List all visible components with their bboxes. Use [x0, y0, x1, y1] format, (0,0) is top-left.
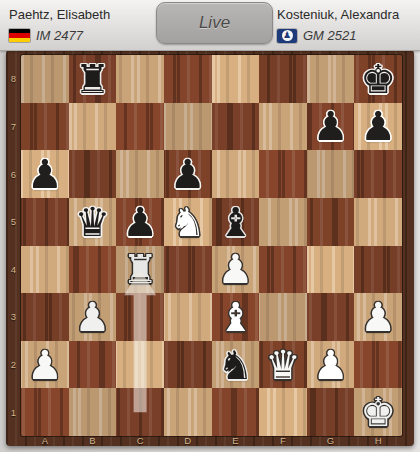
white-player-info: Paehtz, Elisabeth IM 2477	[9, 6, 110, 43]
piece-white-pawn[interactable]: ♟	[75, 297, 111, 337]
rank-label-7: 7	[11, 121, 16, 132]
square-a8[interactable]	[21, 55, 69, 103]
square-a3[interactable]	[21, 293, 69, 341]
square-b5[interactable]: ♛	[69, 198, 117, 246]
file-label-a: A	[42, 435, 48, 446]
square-g4[interactable]	[307, 246, 355, 294]
german-flag-icon	[9, 29, 30, 42]
piece-black-pawn[interactable]: ♟	[313, 106, 349, 146]
square-a1[interactable]	[21, 388, 69, 436]
square-d2[interactable]	[164, 341, 212, 389]
top-bar: Paehtz, Elisabeth IM 2477 Live Kosteniuk…	[0, 0, 420, 51]
square-c1[interactable]	[116, 388, 164, 436]
square-b7[interactable]	[69, 103, 117, 151]
square-g3[interactable]	[307, 293, 355, 341]
piece-white-pawn[interactable]: ♟	[217, 249, 253, 289]
square-f7[interactable]	[259, 103, 307, 151]
chess-board[interactable]: ♜♚♟♟♟♟♛♟♞♝♜♟♟♝♟♟♞♛♟♚	[21, 55, 402, 436]
square-g8[interactable]	[307, 55, 355, 103]
piece-black-bishop[interactable]: ♝	[217, 202, 253, 242]
square-g2[interactable]: ♟	[307, 341, 355, 389]
square-g7[interactable]: ♟	[307, 103, 355, 151]
live-chess-widget: Paehtz, Elisabeth IM 2477 Live Kosteniuk…	[0, 0, 420, 452]
piece-white-pawn[interactable]: ♟	[27, 345, 63, 385]
black-player-rating-row: ♟ GM 2521	[277, 28, 399, 43]
rank-label-2: 2	[11, 359, 16, 370]
file-label-e: E	[232, 435, 238, 446]
square-e8[interactable]	[212, 55, 260, 103]
square-f5[interactable]	[259, 198, 307, 246]
square-b4[interactable]	[69, 246, 117, 294]
rank-label-5: 5	[11, 216, 16, 227]
piece-white-pawn[interactable]: ♟	[360, 297, 396, 337]
file-label-b: B	[89, 435, 95, 446]
square-h5[interactable]	[354, 198, 402, 246]
square-b6[interactable]	[69, 150, 117, 198]
square-c5[interactable]: ♟	[116, 198, 164, 246]
square-h7[interactable]: ♟	[354, 103, 402, 151]
white-player-name: Paehtz, Elisabeth	[9, 6, 110, 24]
piece-black-knight[interactable]: ♞	[217, 345, 253, 385]
white-player-rating-row: IM 2477	[9, 28, 110, 43]
square-f2[interactable]: ♛	[259, 341, 307, 389]
federation-badge-icon: ♟	[277, 29, 297, 43]
square-d8[interactable]	[164, 55, 212, 103]
square-d5[interactable]: ♞	[164, 198, 212, 246]
piece-black-pawn[interactable]: ♟	[27, 154, 63, 194]
square-h1[interactable]: ♚	[354, 388, 402, 436]
piece-black-pawn[interactable]: ♟	[360, 106, 396, 146]
square-h2[interactable]	[354, 341, 402, 389]
square-b3[interactable]: ♟	[69, 293, 117, 341]
piece-black-pawn[interactable]: ♟	[170, 154, 206, 194]
square-a5[interactable]	[21, 198, 69, 246]
rank-label-3: 3	[11, 311, 16, 322]
square-f4[interactable]	[259, 246, 307, 294]
square-h8[interactable]: ♚	[354, 55, 402, 103]
square-g6[interactable]	[307, 150, 355, 198]
square-f8[interactable]	[259, 55, 307, 103]
square-c3[interactable]	[116, 293, 164, 341]
rank-label-4: 4	[11, 264, 16, 275]
black-player-title-rating: GM 2521	[303, 28, 356, 43]
square-g1[interactable]	[307, 388, 355, 436]
piece-white-pawn[interactable]: ♟	[313, 345, 349, 385]
square-f3[interactable]	[259, 293, 307, 341]
black-player-info: Kosteniuk, Alexandra ♟ GM 2521	[277, 6, 399, 43]
black-player-name: Kosteniuk, Alexandra	[277, 6, 399, 24]
square-h6[interactable]	[354, 150, 402, 198]
file-label-f: F	[280, 435, 286, 446]
rank-labels: 87654321	[6, 55, 21, 436]
piece-white-rook[interactable]: ♜	[122, 249, 158, 289]
square-h4[interactable]	[354, 246, 402, 294]
chess-board-frame: 87654321 ABCDEFGH ♜♚♟♟♟♟♛♟♞♝♜♟♟♝♟♟♞♛♟♚	[6, 50, 414, 446]
pawn-badge-icon: ♟	[282, 30, 293, 41]
piece-white-king[interactable]: ♚	[360, 392, 396, 432]
file-label-d: D	[184, 435, 191, 446]
square-e7[interactable]	[212, 103, 260, 151]
square-b1[interactable]	[69, 388, 117, 436]
square-e4[interactable]: ♟	[212, 246, 260, 294]
square-d1[interactable]	[164, 388, 212, 436]
rank-label-1: 1	[11, 407, 16, 418]
file-label-g: G	[327, 435, 334, 446]
rank-label-6: 6	[11, 169, 16, 180]
piece-white-bishop[interactable]: ♝	[217, 297, 253, 337]
square-e2[interactable]: ♞	[212, 341, 260, 389]
square-e3[interactable]: ♝	[212, 293, 260, 341]
square-c2[interactable]	[116, 341, 164, 389]
square-d3[interactable]	[164, 293, 212, 341]
square-a7[interactable]	[21, 103, 69, 151]
square-a4[interactable]	[21, 246, 69, 294]
square-f6[interactable]	[259, 150, 307, 198]
square-d6[interactable]: ♟	[164, 150, 212, 198]
square-h3[interactable]: ♟	[354, 293, 402, 341]
piece-white-knight[interactable]: ♞	[170, 202, 206, 242]
square-e6[interactable]	[212, 150, 260, 198]
live-tab-label: Live	[199, 13, 230, 33]
square-c7[interactable]	[116, 103, 164, 151]
rank-label-8: 8	[11, 73, 16, 84]
file-label-h: H	[375, 435, 382, 446]
file-label-c: C	[137, 435, 144, 446]
white-player-title-rating: IM 2477	[36, 28, 83, 43]
square-e1[interactable]	[212, 388, 260, 436]
square-c8[interactable]	[116, 55, 164, 103]
square-c4[interactable]: ♜	[116, 246, 164, 294]
piece-white-queen[interactable]: ♛	[265, 345, 301, 385]
file-labels: ABCDEFGH	[21, 435, 402, 446]
live-tab-button[interactable]: Live	[156, 2, 273, 44]
square-e5[interactable]: ♝	[212, 198, 260, 246]
piece-black-king[interactable]: ♚	[360, 59, 396, 99]
square-d7[interactable]	[164, 103, 212, 151]
square-b8[interactable]: ♜	[69, 55, 117, 103]
square-g5[interactable]	[307, 198, 355, 246]
square-c6[interactable]	[116, 150, 164, 198]
piece-black-pawn[interactable]: ♟	[122, 202, 158, 242]
piece-black-queen[interactable]: ♛	[75, 202, 111, 242]
square-a6[interactable]: ♟	[21, 150, 69, 198]
square-a2[interactable]: ♟	[21, 341, 69, 389]
square-f1[interactable]	[259, 388, 307, 436]
square-d4[interactable]	[164, 246, 212, 294]
piece-black-rook[interactable]: ♜	[75, 59, 111, 99]
square-b2[interactable]	[69, 341, 117, 389]
